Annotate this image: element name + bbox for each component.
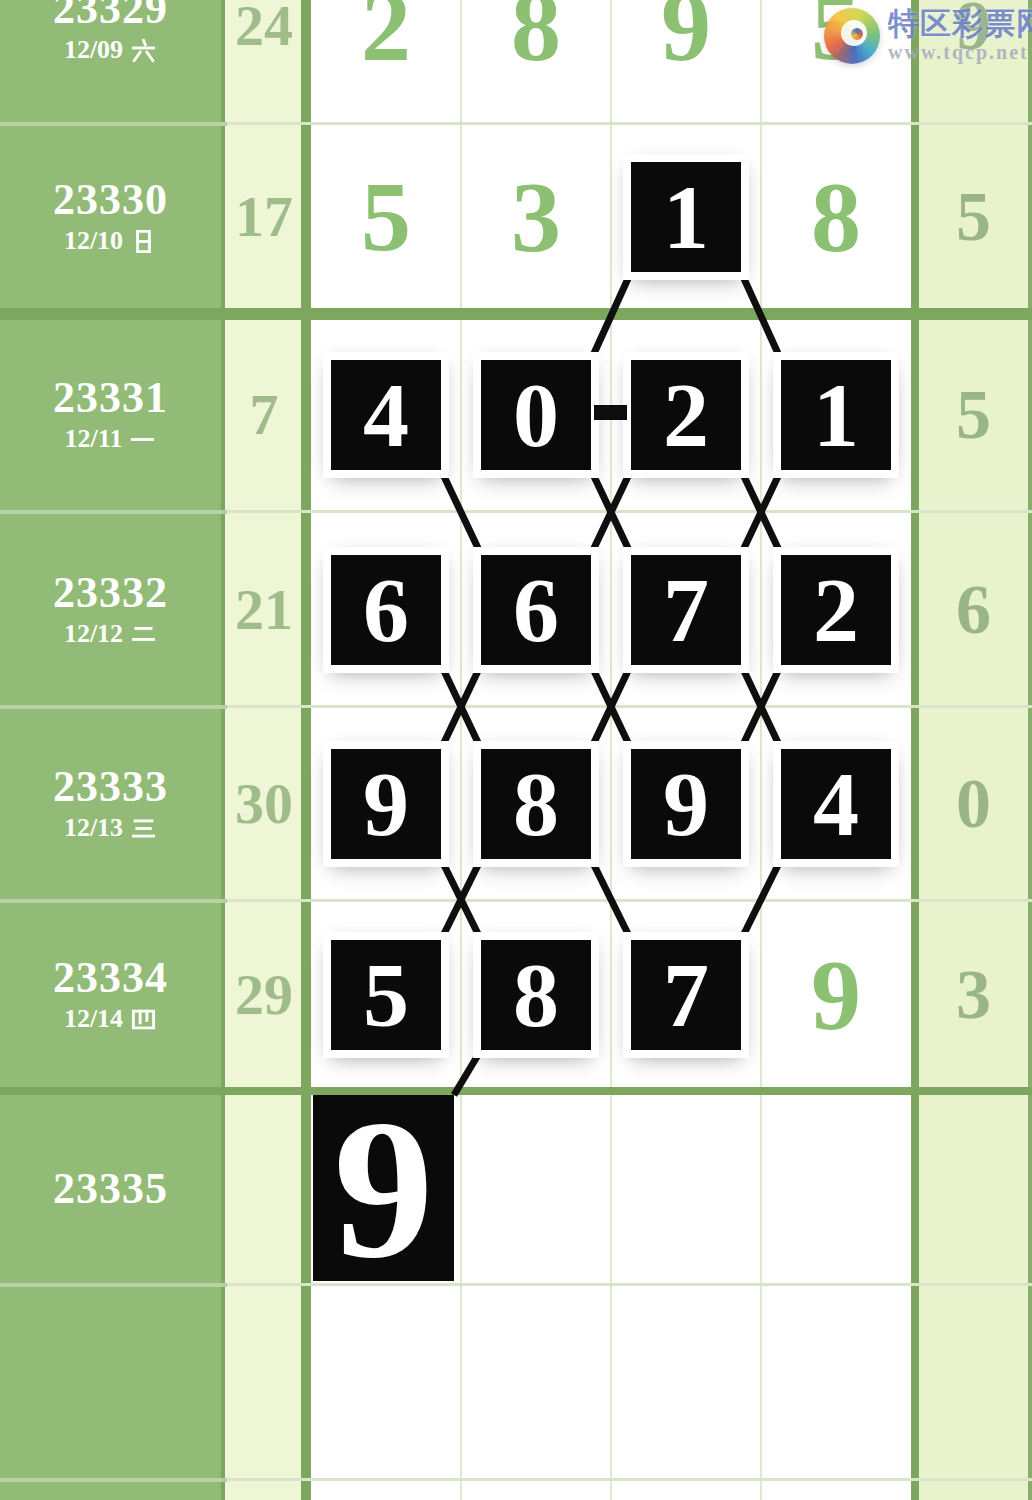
site-logo-swirl-icon — [824, 8, 880, 64]
digit-box: 9 — [331, 749, 441, 859]
digit-box: 2 — [631, 360, 741, 470]
site-brand-name: 特区彩票网 — [888, 8, 1032, 39]
digit-box: 7 — [631, 555, 741, 665]
trend-line — [441, 470, 481, 555]
digit-box: 2 — [781, 555, 891, 665]
digit-box: 8 — [481, 749, 591, 859]
trend-line — [741, 272, 781, 360]
digit-box: 9 — [631, 749, 741, 859]
digit-box: 0 — [481, 360, 591, 470]
lottery-trend-chart: 2332912/0924289592333012/101753185233311… — [0, 0, 1032, 1500]
trend-line — [741, 859, 781, 940]
trend-line — [591, 859, 631, 940]
digit-box: 6 — [331, 555, 441, 665]
digit-box: 1 — [631, 162, 741, 272]
digit-box: 8 — [481, 940, 591, 1050]
digit-box: 6 — [481, 555, 591, 665]
trend-line — [454, 1050, 481, 1095]
site-url: www.tqcp.net — [888, 42, 1032, 62]
digit-box: 7 — [631, 940, 741, 1050]
digit-box: 4 — [331, 360, 441, 470]
digit-box: 4 — [781, 749, 891, 859]
digit-box: 5 — [331, 940, 441, 1050]
trend-line — [591, 272, 631, 360]
digit-box: 9 — [313, 1095, 454, 1281]
minus-connector — [594, 405, 627, 420]
site-watermark: 特区彩票网 www.tqcp.net — [824, 8, 1032, 64]
digit-box: 1 — [781, 360, 891, 470]
